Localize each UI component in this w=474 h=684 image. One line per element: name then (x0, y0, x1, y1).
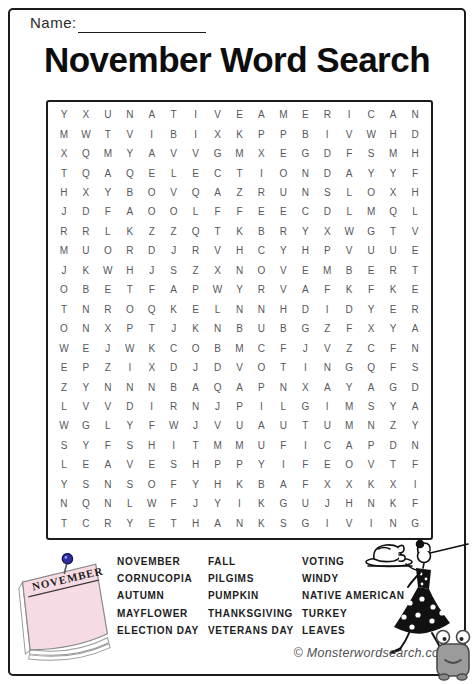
grid-cell: F (272, 338, 294, 357)
grid-cell: S (53, 436, 75, 455)
grid-cell: V (360, 455, 382, 474)
grid-cell: B (250, 475, 272, 494)
grid-cell: B (207, 338, 229, 357)
grid-cell: I (141, 397, 163, 416)
grid-cell: R (119, 241, 141, 260)
grid-cell: T (382, 455, 404, 474)
grid-cell: H (53, 183, 75, 202)
grid-cell: A (207, 514, 229, 533)
grid-cell: Z (97, 358, 119, 377)
grid-cell: I (404, 475, 426, 494)
grid-cell: A (141, 144, 163, 163)
grid-cell: T (53, 300, 75, 319)
grid-cell: H (185, 514, 207, 533)
grid-cell: Y (119, 144, 141, 163)
grid-cell: C (294, 202, 316, 221)
grid-cell: C (360, 105, 382, 124)
grid-cell: W (338, 222, 360, 241)
grid-cell: O (163, 202, 185, 221)
grid-cell: J (207, 397, 229, 416)
grid-cell: G (294, 144, 316, 163)
word-list-item: NOVEMBER (117, 553, 208, 570)
grid-cell: Z (53, 377, 75, 396)
grid-cell: E (250, 202, 272, 221)
grid-cell: A (382, 105, 404, 124)
grid-cell: H (382, 124, 404, 143)
grid-cell: M (338, 397, 360, 416)
grid-cell: O (141, 475, 163, 494)
grid-cell: R (250, 280, 272, 299)
grid-cell: Y (382, 319, 404, 338)
grid-cell: K (250, 514, 272, 533)
grid-cell: O (97, 241, 119, 260)
grid-cell: E (382, 300, 404, 319)
grid-cell: A (141, 105, 163, 124)
grid-cell: D (75, 202, 97, 221)
grid-cell: T (207, 222, 229, 241)
grid-cell: C (163, 338, 185, 357)
grid-cell: V (338, 514, 360, 533)
grid-cell: M (360, 202, 382, 221)
grid-cell: V (272, 280, 294, 299)
grid-cell: X (141, 358, 163, 377)
grid-cell: Y (229, 280, 251, 299)
grid-cell: S (316, 183, 338, 202)
grid-cell: G (360, 222, 382, 241)
grid-cell: H (404, 183, 426, 202)
grid-cell: Q (75, 494, 97, 513)
grid-cell: F (382, 338, 404, 357)
grid-cell: D (316, 202, 338, 221)
grid-cell: H (141, 436, 163, 455)
grid-cell: L (53, 397, 75, 416)
grid-cell: H (294, 241, 316, 260)
grid-cell: Y (360, 163, 382, 182)
grid-cell: U (360, 241, 382, 260)
grid-cell: K (229, 124, 251, 143)
grid-cell: I (141, 124, 163, 143)
grid-cell: G (272, 494, 294, 513)
word-list-item: THANKSGIVING (208, 605, 302, 622)
grid-cell: A (229, 377, 251, 396)
word-list-column-2: FALLPILGIMSPUMPKINTHANKSGIVINGVETERANS D… (208, 553, 302, 639)
grid-cell: T (53, 163, 75, 182)
grid-cell: P (272, 124, 294, 143)
grid-cell: S (272, 514, 294, 533)
grid-cell: K (382, 280, 404, 299)
grid-cell: E (141, 163, 163, 182)
grid-cell: V (272, 261, 294, 280)
grid-cell: N (294, 183, 316, 202)
grid-cell: A (338, 163, 360, 182)
grid-cell: N (360, 494, 382, 513)
grid-cell: L (338, 202, 360, 221)
grid-cell: C (250, 338, 272, 357)
word-list-column-1: NOVEMBERCORNUCOPIAAUTUMNMAYFLOWERELECTIO… (117, 553, 208, 639)
grid-cell: S (163, 455, 185, 474)
word-list-item: ELECTION DAY (117, 622, 208, 639)
grid-cell: Z (185, 261, 207, 280)
grid-cell: I (316, 514, 338, 533)
page-title: November Word Search (0, 40, 474, 80)
grid-cell: X (75, 105, 97, 124)
grid-cell: A (163, 280, 185, 299)
grid-cell: P (250, 124, 272, 143)
grid-cell: O (141, 202, 163, 221)
grid-cell: B (229, 319, 251, 338)
grid-cell: J (163, 319, 185, 338)
grid-cell: J (185, 416, 207, 435)
grid-cell: V (207, 105, 229, 124)
grid-cell: A (360, 377, 382, 396)
grid-cell: D (119, 397, 141, 416)
grid-cell: T (163, 105, 185, 124)
grid-cell: Y (338, 377, 360, 396)
grid-cell: N (229, 261, 251, 280)
grid-cell: A (404, 397, 426, 416)
grid-cell: D (404, 124, 426, 143)
grid-cell: D (338, 300, 360, 319)
word-list-item: AUTUMN (117, 587, 208, 604)
grid-cell: O (119, 300, 141, 319)
grid-cell: E (272, 144, 294, 163)
word-list-item: PUMPKIN (208, 587, 302, 604)
grid-cell: U (316, 416, 338, 435)
grid-cell: W (53, 416, 75, 435)
grid-cell: K (185, 319, 207, 338)
grid-cell: R (53, 222, 75, 241)
grid-cell: Y (75, 377, 97, 396)
grid-cell: H (119, 261, 141, 280)
grid-cell: F (294, 475, 316, 494)
word-list-item: CORNUCOPIA (117, 570, 208, 587)
grid-cell: I (163, 436, 185, 455)
grid-cell: Q (360, 358, 382, 377)
grid-cell: N (404, 105, 426, 124)
grid-cell: R (382, 261, 404, 280)
grid-cell: P (229, 397, 251, 416)
monster-mascot-icon (430, 629, 474, 681)
grid-cell: K (119, 222, 141, 241)
grid-cell: U (250, 319, 272, 338)
grid-cell: W (163, 416, 185, 435)
grid-cell: J (53, 202, 75, 221)
grid-cell: O (185, 338, 207, 357)
grid-cell: A (404, 319, 426, 338)
grid-cell: E (185, 163, 207, 182)
grid-cell: L (119, 494, 141, 513)
grid-cell: B (119, 183, 141, 202)
grid-cell: H (272, 300, 294, 319)
grid-cell: J (141, 261, 163, 280)
grid-cell: T (382, 222, 404, 241)
grid-cell: Y (97, 183, 119, 202)
name-blank-line (78, 32, 206, 33)
grid-cell: G (294, 319, 316, 338)
grid-cell: Y (250, 455, 272, 474)
grid-cell: N (207, 319, 229, 338)
grid-cell: M (382, 144, 404, 163)
grid-cell: B (163, 377, 185, 396)
grid-cell: Y (53, 105, 75, 124)
grid-cell: G (338, 358, 360, 377)
grid-cell: S (360, 144, 382, 163)
grid-cell: E (141, 455, 163, 474)
grid-cell: K (163, 300, 185, 319)
grid-cell: N (382, 514, 404, 533)
grid-cell: C (207, 163, 229, 182)
grid-cell: A (97, 455, 119, 474)
grid-cell: V (207, 241, 229, 260)
grid-cell: I (119, 358, 141, 377)
grid-cell: N (185, 397, 207, 416)
grid-cell: M (97, 144, 119, 163)
grid-cell: F (229, 202, 251, 221)
grid-cell: V (338, 124, 360, 143)
grid-cell: A (316, 377, 338, 396)
grid-cell: Y (360, 300, 382, 319)
grid-cell: F (163, 475, 185, 494)
grid-cell: Y (382, 397, 404, 416)
grid-cell: K (229, 222, 251, 241)
grid-cell: C (250, 241, 272, 260)
grid-cell: A (119, 202, 141, 221)
grid-cell: U (75, 241, 97, 260)
grid-cell: U (97, 105, 119, 124)
grid-cell: T (229, 163, 251, 182)
grid-cell: S (404, 358, 426, 377)
grid-cell: C (316, 436, 338, 455)
grid-cell: R (75, 222, 97, 241)
grid-cell: E (75, 338, 97, 357)
grid-cell: B (338, 261, 360, 280)
grid-cell: B (163, 124, 185, 143)
grid-cell: Z (338, 338, 360, 357)
word-list-item: VETERANS DAY (208, 622, 302, 639)
grid-cell: P (207, 455, 229, 474)
grid-cell: F (360, 280, 382, 299)
word-search-grid: YXUNATIVEAMERICANMWTVIBIXKPPBIVWHDXQMYAV… (46, 100, 433, 540)
grid-cell: I (360, 514, 382, 533)
grid-cell: M (53, 241, 75, 260)
grid-cell: I (229, 494, 251, 513)
grid-cell: U (294, 494, 316, 513)
grid-cell: E (141, 514, 163, 533)
grid-cell: D (316, 163, 338, 182)
grid-cell: S (360, 397, 382, 416)
grid-cell: O (272, 163, 294, 182)
grid-cell: F (163, 494, 185, 513)
grid-cell: I (185, 105, 207, 124)
grid-cell: Q (207, 377, 229, 396)
grid-cell: E (272, 202, 294, 221)
grid-cell: M (338, 416, 360, 435)
grid-cell: Y (119, 416, 141, 435)
grid-cell: Y (207, 494, 229, 513)
grid-cell: D (316, 144, 338, 163)
grid-cell: P (185, 280, 207, 299)
grid-cell: R (163, 397, 185, 416)
grid-cell: K (229, 475, 251, 494)
grid-cell: G (294, 397, 316, 416)
grid-cell: D (294, 300, 316, 319)
grid-cell: Z (382, 416, 404, 435)
grid-cell: W (53, 338, 75, 357)
grid-cell: O (250, 261, 272, 280)
grid-cell: S (119, 436, 141, 455)
grid-cell: N (141, 377, 163, 396)
grid-cell: M (272, 105, 294, 124)
grid-cell: S (75, 475, 97, 494)
grid-cell: E (185, 300, 207, 319)
grid-cell: W (97, 261, 119, 280)
grid-cell: X (360, 319, 382, 338)
grid-cell: V (316, 338, 338, 357)
grid-cell: H (404, 144, 426, 163)
grid-cell: P (360, 436, 382, 455)
grid-cell: L (272, 397, 294, 416)
grid-cell: P (316, 241, 338, 260)
worksheet-page: Name: November Word Search YXUNATIVEAMER… (0, 0, 474, 684)
grid-cell: L (53, 455, 75, 474)
grid-cell: V (229, 358, 251, 377)
grid-cell: X (207, 124, 229, 143)
name-label: Name: (30, 14, 77, 31)
grid-cell: V (97, 397, 119, 416)
grid-cell: S (119, 475, 141, 494)
grid-cell: B (75, 280, 97, 299)
grid-cell: V (119, 455, 141, 474)
grid-cell: N (404, 338, 426, 357)
grid-cell: V (75, 397, 97, 416)
grid-cell: I (338, 105, 360, 124)
grid-cell: F (382, 358, 404, 377)
grid-cell: B (272, 319, 294, 338)
grid-cell: G (207, 144, 229, 163)
grid-cell: W (360, 124, 382, 143)
grid-cell: Y (119, 514, 141, 533)
grid-cell: I (250, 397, 272, 416)
grid-cell: H (229, 241, 251, 260)
grid-cell: N (404, 436, 426, 455)
grid-cell: Y (185, 475, 207, 494)
grid-cell: A (272, 475, 294, 494)
grid-cell: K (75, 261, 97, 280)
grid-cell: H (185, 455, 207, 474)
grid-cell: A (207, 183, 229, 202)
grid-cell: V (163, 183, 185, 202)
grid-cell: U (382, 241, 404, 260)
grid-cell: L (97, 222, 119, 241)
grid-cell: D (141, 241, 163, 260)
grid-cell: I (294, 436, 316, 455)
grid-cell: X (75, 183, 97, 202)
grid-cell: M (207, 436, 229, 455)
grid-cell: Q (141, 300, 163, 319)
grid-cell: V (119, 124, 141, 143)
grid-cell: E (294, 261, 316, 280)
grid-cell: X (382, 183, 404, 202)
grid-cell: O (338, 455, 360, 474)
grid-cell: Z (141, 222, 163, 241)
grid-cell: U (250, 436, 272, 455)
grid-cell: Q (185, 183, 207, 202)
grid-cell: R (97, 300, 119, 319)
grid-cell: N (360, 416, 382, 435)
grid-cell: E (404, 280, 426, 299)
grid-cell: R (404, 300, 426, 319)
grid-cell: X (382, 475, 404, 494)
grid-cell: X (316, 475, 338, 494)
grid-cell: F (404, 494, 426, 513)
grid-cell: W (75, 124, 97, 143)
grid-cell: K (360, 475, 382, 494)
grid-cell: X (207, 261, 229, 280)
grid-cell: C (75, 514, 97, 533)
grid-cell: X (97, 319, 119, 338)
grid-cell: Q (382, 202, 404, 221)
grid-cell: I (316, 300, 338, 319)
grid-cell: I (250, 163, 272, 182)
word-list-item: FALL (208, 553, 302, 570)
grid-cell: E (97, 280, 119, 299)
grid-cell: H (207, 475, 229, 494)
grid-cell: A (294, 280, 316, 299)
grid-cell: U (229, 416, 251, 435)
grid-cell: Y (382, 163, 404, 182)
grid-cell: E (294, 105, 316, 124)
grid-cell: F (207, 202, 229, 221)
grid-cell: O (53, 280, 75, 299)
grid-cell: Q (75, 144, 97, 163)
grid-cell: N (119, 105, 141, 124)
grid-cell: T (294, 416, 316, 435)
grid-cell: F (404, 163, 426, 182)
grid-cell: R (316, 105, 338, 124)
grid-cell: K (141, 338, 163, 357)
grid-cell: N (316, 358, 338, 377)
grid-cell: N (97, 494, 119, 513)
grid-cell: Y (53, 475, 75, 494)
grid-cell: H (338, 494, 360, 513)
grid-cell: F (294, 455, 316, 474)
grid-cell: P (75, 358, 97, 377)
grid-cell: G (294, 514, 316, 533)
grid-cell: V (185, 144, 207, 163)
grid-cell: F (97, 202, 119, 221)
grid-cell: G (404, 514, 426, 533)
grid-cell: I (272, 455, 294, 474)
grid-cell: W (141, 494, 163, 513)
grid-cell: E (229, 105, 251, 124)
grid-cell: L (97, 416, 119, 435)
grid-cell: B (294, 124, 316, 143)
grid-cell: Q (75, 163, 97, 182)
grid-cell: Z (229, 183, 251, 202)
grid-cell: Q (119, 163, 141, 182)
grid-cell: X (250, 144, 272, 163)
grid-cell: M (316, 261, 338, 280)
grid-cell: T (53, 514, 75, 533)
grid-cell: G (382, 377, 404, 396)
grid-cell: F (97, 436, 119, 455)
grid-cell: W (119, 338, 141, 357)
grid-cell: A (250, 416, 272, 435)
grid-cell: Z (316, 319, 338, 338)
grid-cell: E (75, 455, 97, 474)
grid-cell: K (338, 280, 360, 299)
grid-cell: N (272, 377, 294, 396)
